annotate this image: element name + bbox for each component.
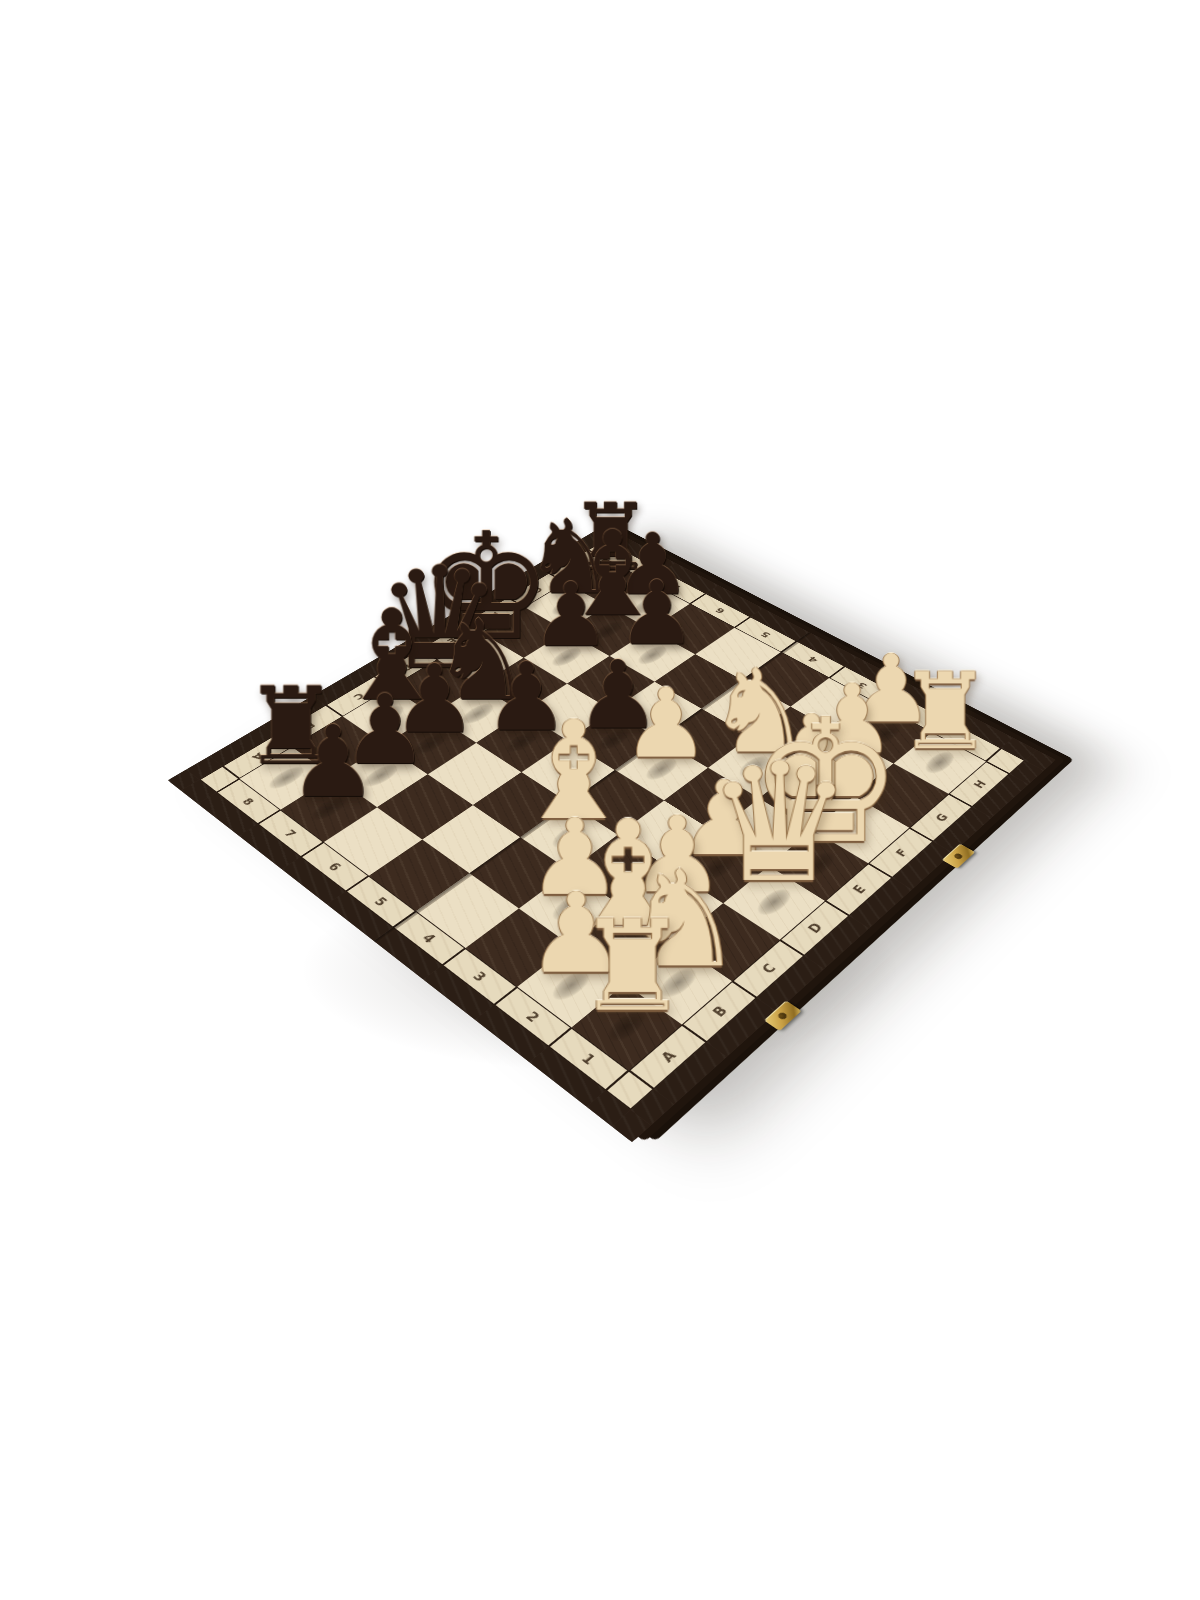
label-text: 2 [523, 1008, 543, 1024]
label-text: 1 [958, 735, 974, 746]
chess-board: ABCDEFGH8♜♝♛♚♞♜87♟♟♟♞♟♝♟76♟♟65♟54♝♟43♟♞3… [168, 526, 1056, 1142]
piece-shadow [630, 594, 667, 616]
label-text: D [805, 920, 826, 935]
file-label: H [549, 550, 606, 583]
board-frame [1001, 738, 1037, 761]
black-pawn[interactable]: ♟ [506, 571, 635, 660]
perspective-scene: ABCDEFGH8♜♝♛♚♞♜87♟♟♟♞♟♝♟76♟♟65♟54♝♟43♟♞3… [0, 0, 1200, 1600]
frame-corner [588, 540, 621, 559]
label-text: 8 [627, 561, 641, 569]
black-king[interactable]: ♚ [420, 513, 549, 661]
label-text: G [931, 811, 950, 824]
label-text: 2 [905, 707, 921, 717]
label-text: 6 [713, 606, 728, 615]
black-knight[interactable]: ♞ [508, 506, 632, 609]
rank-label: 5 [734, 617, 796, 653]
square-g7[interactable]: ♝ [566, 606, 650, 656]
black-pawn[interactable]: ♟ [591, 522, 715, 607]
label-text: 5 [371, 894, 390, 908]
label-text: 7 [669, 583, 684, 592]
rank-label: 1 [932, 720, 1002, 762]
piece-shadow [457, 701, 498, 727]
board-frame [575, 533, 605, 550]
label-text: A [657, 1048, 679, 1065]
label-text: 7 [281, 827, 299, 839]
rank-label: 8 [605, 549, 663, 581]
label-text: 1 [578, 1050, 598, 1066]
board-frame [1025, 750, 1056, 770]
board-frame [361, 641, 421, 677]
rank-label: 4 [781, 641, 845, 678]
white-rook[interactable]: ♜ [549, 904, 715, 1029]
black-bishop[interactable]: ♝ [549, 515, 675, 632]
file-label: F [465, 597, 525, 633]
board-frame [604, 533, 634, 549]
label-text: 4 [419, 931, 438, 945]
label-text: H [569, 562, 585, 571]
label-text: H [970, 778, 989, 790]
label-text: F [488, 611, 503, 620]
piece-shadow [920, 749, 959, 777]
black-pawn[interactable]: ♟ [592, 569, 721, 657]
label-text: D [398, 663, 415, 673]
black-rook[interactable]: ♜ [549, 492, 671, 584]
label-text: 3 [470, 969, 490, 984]
label-text: 4 [805, 654, 820, 664]
piece-shadow [633, 643, 671, 667]
board-frame [591, 526, 617, 540]
black-pawn[interactable]: ♟ [261, 713, 405, 812]
label-text: 6 [325, 860, 344, 873]
label-text: 8 [239, 795, 257, 807]
chess-product-photo: ABCDEFGH8♜♝♛♚♞♜87♟♟♟♞♟♝♟76♟♟65♟54♝♟43♟♞3… [0, 0, 1200, 1600]
piece-shadow [590, 619, 628, 642]
black-queen[interactable]: ♛ [373, 548, 505, 689]
piece-shadow [461, 647, 501, 671]
label-text: E [444, 636, 459, 645]
label-text: 5 [758, 630, 773, 639]
piece-shadow [547, 645, 586, 669]
rank-label: 7 [647, 571, 706, 604]
file-label: E [420, 623, 482, 660]
board-frame [947, 710, 1013, 748]
piece-shadow [588, 571, 624, 592]
file-label: G [508, 573, 566, 607]
rank-label: 6 [690, 593, 751, 627]
label-text: G [529, 585, 545, 594]
piece-shadow [547, 595, 584, 617]
